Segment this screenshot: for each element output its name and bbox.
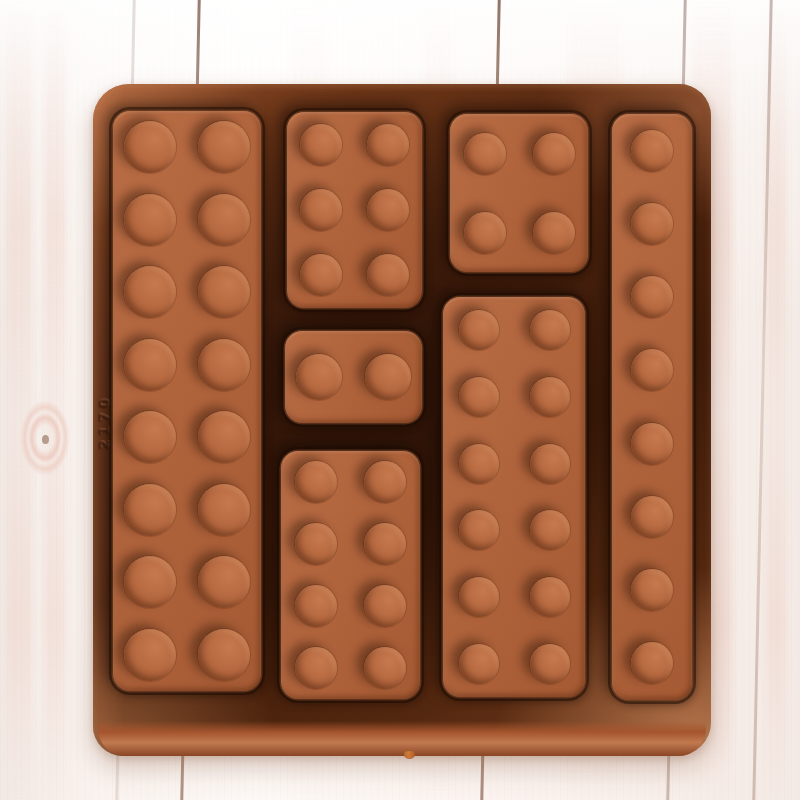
photo: 2170 [0, 0, 800, 800]
stud [364, 461, 406, 503]
stud [198, 629, 250, 681]
cavity-2x4 [281, 451, 420, 699]
stud [198, 121, 250, 173]
stud [533, 133, 575, 175]
stud [631, 569, 673, 611]
cavity-1x2 [285, 331, 422, 423]
stud [459, 644, 499, 684]
stud [295, 585, 337, 627]
stud [530, 644, 570, 684]
cavity-2x2 [450, 114, 588, 272]
stud [367, 189, 409, 231]
stud [300, 124, 342, 166]
stud [124, 339, 176, 391]
mold-front-wall [98, 721, 706, 756]
stud [631, 203, 673, 245]
stud [198, 411, 250, 463]
stud [364, 523, 406, 565]
stud [124, 484, 176, 536]
stud [459, 310, 499, 350]
chocolate-drip [404, 751, 415, 759]
stud [533, 212, 575, 254]
stud [198, 339, 250, 391]
stud [124, 556, 176, 608]
stud [631, 423, 673, 465]
cavity-2x6 [443, 297, 585, 697]
chocolate-mold: 2170 [93, 84, 711, 756]
stud [198, 266, 250, 318]
stud [295, 461, 337, 503]
stud [530, 510, 570, 550]
stud [198, 556, 250, 608]
stud [459, 577, 499, 617]
stud [124, 266, 176, 318]
stud [464, 212, 506, 254]
stud [364, 585, 406, 627]
stud [631, 276, 673, 318]
stud [459, 377, 499, 417]
cavity-2x8 [113, 111, 261, 691]
stud [631, 496, 673, 538]
stud [631, 349, 673, 391]
stud [530, 310, 570, 350]
stud [295, 647, 337, 689]
stud [198, 484, 250, 536]
stud [300, 254, 342, 296]
cavity-2x3 [287, 112, 422, 308]
stud [631, 642, 673, 684]
stud [367, 254, 409, 296]
stud [367, 124, 409, 166]
stud [530, 577, 570, 617]
stud [124, 121, 176, 173]
stud [296, 354, 342, 400]
embossed-marking: 2170 [96, 395, 112, 450]
stud [530, 444, 570, 484]
stud [464, 133, 506, 175]
stud [365, 354, 411, 400]
stud [124, 194, 176, 246]
stud [300, 189, 342, 231]
stud [124, 411, 176, 463]
stud [459, 444, 499, 484]
stud [459, 510, 499, 550]
stud [198, 194, 250, 246]
stud [124, 629, 176, 681]
stud [530, 377, 570, 417]
stud [364, 647, 406, 689]
stud [295, 523, 337, 565]
wood-grain-streak [6, 0, 32, 800]
stud [631, 130, 673, 172]
cavity-1x8 [612, 114, 692, 700]
wood-grain-streak [44, 0, 66, 800]
